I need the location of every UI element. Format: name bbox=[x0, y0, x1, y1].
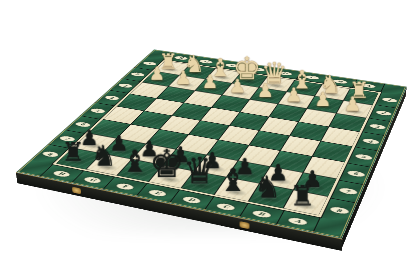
coordinate-label: D bbox=[181, 195, 202, 204]
coordinate-label: 8 bbox=[40, 151, 59, 158]
square-b3 bbox=[299, 109, 336, 127]
piece-white-pawn: ♟ bbox=[149, 65, 165, 83]
piece-black-queen: ♛ bbox=[183, 153, 216, 190]
piece-white-pawn: ♟ bbox=[314, 90, 331, 109]
coordinate-label: H bbox=[52, 170, 72, 178]
piece-white-pawn: ♟ bbox=[201, 73, 218, 92]
coordinate-label: 1 bbox=[381, 97, 397, 103]
square-a8: ♜ bbox=[284, 190, 328, 215]
piece-white-pawn: ♟ bbox=[343, 95, 360, 115]
coordinate-label: 6 bbox=[346, 170, 365, 178]
piece-black-knight: ♞ bbox=[253, 172, 280, 202]
coordinate-label: 7 bbox=[338, 187, 358, 195]
piece-white-pawn: ♟ bbox=[285, 86, 302, 105]
coordinate-label: B bbox=[251, 209, 272, 218]
coordinate-label: F bbox=[115, 182, 135, 190]
coordinate-label: 5 bbox=[354, 153, 372, 160]
coordinate-label: 4 bbox=[103, 95, 120, 101]
piece-black-rook: ♜ bbox=[61, 139, 84, 164]
piece-black-rook: ♜ bbox=[290, 182, 315, 210]
coordinate-label: A bbox=[288, 217, 309, 226]
piece-white-pawn: ♟ bbox=[175, 69, 191, 87]
brass-latch bbox=[239, 221, 249, 229]
coordinate-label: 5 bbox=[89, 108, 106, 114]
piece-black-bishop: ♝ bbox=[121, 147, 148, 177]
coordinate-label: 2 bbox=[375, 110, 392, 116]
coordinate-label: E bbox=[148, 189, 169, 197]
piece-white-pawn: ♟ bbox=[256, 81, 273, 100]
piece-black-king: ♚ bbox=[149, 144, 184, 183]
coordinate-label: 8 bbox=[329, 206, 350, 215]
brass-latch bbox=[72, 187, 81, 195]
coordinate-label: 3 bbox=[368, 124, 385, 130]
piece-black-knight: ♞ bbox=[90, 142, 116, 171]
piece-black-bishop: ♝ bbox=[219, 165, 247, 196]
coordinate-label: 2 bbox=[129, 72, 145, 77]
coordinate-label: 3 bbox=[117, 83, 133, 88]
product-photo-canvas: HGFEDCBA 12345678 12345678 HGFEDCBA ♜♞♝♚… bbox=[0, 0, 420, 259]
coordinate-label: G bbox=[83, 176, 103, 184]
coordinate-label: C bbox=[216, 202, 237, 211]
coordinate-label: 4 bbox=[361, 138, 379, 145]
piece-white-pawn: ♟ bbox=[229, 77, 246, 96]
